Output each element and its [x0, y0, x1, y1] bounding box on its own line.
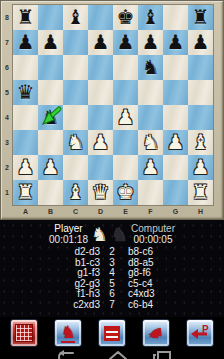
- move-row: g1-f34g8-f6: [46, 268, 178, 279]
- move-number: 6: [100, 289, 124, 300]
- menu-grid-button[interactable]: [10, 319, 38, 347]
- square-e4[interactable]: ♟: [113, 105, 138, 130]
- black-pawn: ♟: [13, 30, 38, 55]
- square-e8[interactable]: ♚: [113, 5, 138, 30]
- square-c4[interactable]: [63, 105, 88, 130]
- player-clock: Player 00:01:18: [49, 223, 88, 245]
- black-knight: ♞: [38, 105, 63, 130]
- recents-icon[interactable]: [153, 350, 173, 359]
- black-move: b8-c6: [124, 247, 178, 258]
- square-b4[interactable]: ♞: [38, 105, 63, 130]
- chess-app-screen: 87654321 ♜♝♚♝♜♟♟♟♟♟♟♟♞♛♞♟♞♟♞♟♝♟♟♟♟♜♝♛♚♜ …: [0, 0, 224, 359]
- file-label: H: [188, 205, 213, 219]
- black-pawn: ♟: [188, 30, 213, 55]
- square-b1[interactable]: [38, 180, 63, 205]
- square-d6[interactable]: [88, 55, 113, 80]
- square-h6[interactable]: [188, 55, 213, 80]
- file-label: A: [13, 205, 38, 219]
- rank-label: 8: [1, 5, 13, 30]
- black-pawn: ♟: [138, 30, 163, 55]
- square-a3[interactable]: [13, 130, 38, 155]
- file-label: D: [88, 205, 113, 219]
- rank-label: 1: [1, 180, 13, 205]
- black-bishop: ♝: [138, 5, 163, 30]
- square-a7[interactable]: ♟: [13, 30, 38, 55]
- square-d2[interactable]: [88, 155, 113, 180]
- fallen-knight-icon: ♞: [147, 325, 166, 342]
- square-b8[interactable]: [38, 5, 63, 30]
- knight-piece-icon: ♞: [60, 324, 75, 343]
- square-f8[interactable]: ♝: [138, 5, 163, 30]
- square-g4[interactable]: [163, 105, 188, 130]
- white-move: c2xd3: [46, 300, 100, 311]
- toolbar: ♞ ♞ P: [0, 317, 224, 349]
- chess-board-frame: 87654321 ♜♝♚♝♜♟♟♟♟♟♟♟♞♛♞♟♞♟♞♟♝♟♟♟♟♜♝♛♚♜ …: [0, 0, 224, 220]
- black-rook: ♜: [13, 5, 38, 30]
- square-g7[interactable]: ♟: [163, 30, 188, 55]
- square-d5[interactable]: [88, 80, 113, 105]
- white-knight: ♞: [63, 130, 88, 155]
- square-g1[interactable]: [163, 180, 188, 205]
- square-h2[interactable]: ♟: [188, 155, 213, 180]
- rank-label: 7: [1, 30, 13, 55]
- square-h5[interactable]: [188, 80, 213, 105]
- move-number: 7: [100, 300, 124, 311]
- square-c7[interactable]: [63, 30, 88, 55]
- square-b7[interactable]: ♟: [38, 30, 63, 55]
- white-king: ♚: [113, 180, 138, 205]
- computer-time: 00:00:05: [131, 234, 175, 245]
- black-knight-icon: ♞: [111, 223, 128, 245]
- square-e7[interactable]: ♟: [113, 30, 138, 55]
- square-f4[interactable]: [138, 105, 163, 130]
- square-g2[interactable]: [163, 155, 188, 180]
- white-pawn: ♟: [13, 155, 38, 180]
- square-e3[interactable]: [113, 130, 138, 155]
- square-d8[interactable]: [88, 5, 113, 30]
- board-panes-button[interactable]: [98, 319, 126, 347]
- rank-label: 2: [1, 155, 13, 180]
- white-pawn: ♟: [88, 130, 113, 155]
- undo-move-button[interactable]: P: [186, 319, 214, 347]
- square-e5[interactable]: [113, 80, 138, 105]
- black-bishop: ♝: [63, 5, 88, 30]
- chess-board[interactable]: ♜♝♚♝♜♟♟♟♟♟♟♟♞♛♞♟♞♟♞♟♝♟♟♟♟♜♝♛♚♜: [13, 5, 213, 205]
- square-g6[interactable]: [163, 55, 188, 80]
- square-a8[interactable]: ♜: [13, 5, 38, 30]
- white-rook: ♜: [188, 180, 213, 205]
- file-label: B: [38, 205, 63, 219]
- white-knight: ♞: [138, 130, 163, 155]
- square-f5[interactable]: [138, 80, 163, 105]
- grid-icon: [15, 324, 33, 342]
- white-move: d2-d3: [46, 247, 100, 258]
- player-label: Player: [49, 223, 88, 234]
- white-pawn: ♟: [163, 130, 188, 155]
- black-pawn: ♟: [38, 30, 63, 55]
- square-c1[interactable]: ♝: [63, 180, 88, 205]
- square-f2[interactable]: ♟: [138, 155, 163, 180]
- move-row: d2-d32b8-c6: [46, 247, 178, 258]
- black-pawn: ♟: [88, 30, 113, 55]
- square-a6[interactable]: [13, 55, 38, 80]
- black-king: ♚: [113, 5, 138, 30]
- rank-label: 5: [1, 80, 13, 105]
- white-move: f1-h3: [46, 289, 100, 300]
- square-h7[interactable]: ♟: [188, 30, 213, 55]
- file-label: E: [113, 205, 138, 219]
- back-icon[interactable]: [56, 350, 76, 359]
- square-b2[interactable]: ♟: [38, 155, 63, 180]
- square-f3[interactable]: ♞: [138, 130, 163, 155]
- square-c2[interactable]: [63, 155, 88, 180]
- square-a1[interactable]: ♜: [13, 180, 38, 205]
- move-number: 2: [100, 247, 124, 258]
- white-bishop: ♝: [188, 130, 213, 155]
- square-f7[interactable]: ♟: [138, 30, 163, 55]
- square-e1[interactable]: ♚: [113, 180, 138, 205]
- square-a2[interactable]: ♟: [13, 155, 38, 180]
- move-number: 4: [100, 268, 124, 279]
- square-h1[interactable]: ♜: [188, 180, 213, 205]
- square-a4[interactable]: [13, 105, 38, 130]
- square-d4[interactable]: [88, 105, 113, 130]
- square-a5[interactable]: ♛: [13, 80, 38, 105]
- square-f1[interactable]: [138, 180, 163, 205]
- square-h4[interactable]: [188, 105, 213, 130]
- square-h8[interactable]: ♜: [188, 5, 213, 30]
- square-b3[interactable]: [38, 130, 63, 155]
- white-queen: ♛: [88, 180, 113, 205]
- panes-icon: [104, 326, 120, 341]
- fallen-knight-button[interactable]: ♞: [142, 319, 170, 347]
- undo-arrow-p-icon: P: [190, 324, 210, 342]
- square-c8[interactable]: ♝: [63, 5, 88, 30]
- rank-label: 4: [1, 105, 13, 130]
- square-e2[interactable]: [113, 155, 138, 180]
- square-b6[interactable]: [38, 55, 63, 80]
- black-queen: ♛: [13, 80, 38, 105]
- square-c5[interactable]: [63, 80, 88, 105]
- white-rook: ♜: [13, 180, 38, 205]
- square-e6[interactable]: [113, 55, 138, 80]
- android-navbar: [0, 349, 224, 359]
- rank-labels: 87654321: [1, 5, 13, 205]
- white-pawn: ♟: [188, 155, 213, 180]
- computer-label: Computer: [131, 223, 175, 234]
- square-c3[interactable]: ♞: [63, 130, 88, 155]
- square-d1[interactable]: ♛: [88, 180, 113, 205]
- white-pawn: ♟: [113, 105, 138, 130]
- white-pawn: ♟: [138, 155, 163, 180]
- black-pawn: ♟: [113, 30, 138, 55]
- file-labels: ABCDEFGH: [13, 205, 213, 219]
- black-move: c6-b4: [124, 300, 178, 311]
- file-label: F: [138, 205, 163, 219]
- clock-row: Player 00:01:18 ♞ ♞ Computer 00:00:05: [0, 220, 224, 245]
- square-b5[interactable]: [38, 80, 63, 105]
- square-c6[interactable]: [63, 55, 88, 80]
- square-g8[interactable]: [163, 5, 188, 30]
- square-g3[interactable]: ♟: [163, 130, 188, 155]
- move-row: c2xd37c6-b4: [46, 300, 178, 311]
- white-pawn: ♟: [38, 155, 63, 180]
- player-time: 00:01:18: [49, 234, 88, 245]
- home-icon[interactable]: [108, 350, 128, 359]
- black-move: c4xd3: [124, 289, 178, 300]
- rank-label: 6: [1, 55, 13, 80]
- square-g5[interactable]: [163, 80, 188, 105]
- square-h3[interactable]: ♝: [188, 130, 213, 155]
- knight-piece-button[interactable]: ♞: [54, 319, 82, 347]
- square-f6[interactable]: ♞: [138, 55, 163, 80]
- black-move: g8-f6: [124, 268, 178, 279]
- move-list[interactable]: d2-d32b8-c6b1-c33d8-a5g1-f34g8-f6g2-g35c…: [0, 247, 224, 310]
- white-move: g1-f3: [46, 268, 100, 279]
- black-knight: ♞: [138, 55, 163, 80]
- move-row: f1-h36c4xd3: [46, 289, 178, 300]
- black-rook: ♜: [188, 5, 213, 30]
- white-knight-icon: ♞: [91, 223, 108, 245]
- computer-clock: Computer 00:00:05: [131, 223, 175, 245]
- square-d7[interactable]: ♟: [88, 30, 113, 55]
- white-bishop: ♝: [63, 180, 88, 205]
- black-pawn: ♟: [163, 30, 188, 55]
- file-label: G: [163, 205, 188, 219]
- file-label: C: [63, 205, 88, 219]
- svg-text:P: P: [202, 324, 209, 335]
- game-info-panel: Player 00:01:18 ♞ ♞ Computer 00:00:05 d2…: [0, 220, 224, 317]
- rank-label: 3: [1, 130, 13, 155]
- square-d3[interactable]: ♟: [88, 130, 113, 155]
